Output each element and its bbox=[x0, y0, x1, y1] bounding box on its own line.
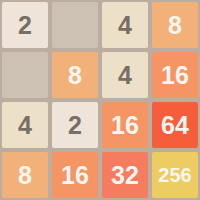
tile-r1c1: 2 bbox=[2, 2, 48, 48]
tile-r4c3: 32 bbox=[102, 152, 148, 198]
empty-cell-r1c2 bbox=[52, 2, 98, 48]
tile-r2c3: 4 bbox=[102, 52, 148, 98]
tile-r1c4: 8 bbox=[152, 2, 198, 48]
tile-r3c4: 64 bbox=[152, 102, 198, 148]
tile-r3c3: 16 bbox=[102, 102, 148, 148]
2048-board[interactable]: 2 4 8 8 4 16 4 2 16 64 8 16 32 256 bbox=[0, 0, 200, 200]
tile-r4c4: 256 bbox=[152, 152, 198, 198]
tile-r1c3: 4 bbox=[102, 2, 148, 48]
tile-r2c2: 8 bbox=[52, 52, 98, 98]
tile-r2c4: 16 bbox=[152, 52, 198, 98]
empty-cell-r2c1 bbox=[2, 52, 48, 98]
tile-r3c2: 2 bbox=[52, 102, 98, 148]
tile-r4c2: 16 bbox=[52, 152, 98, 198]
tile-r3c1: 4 bbox=[2, 102, 48, 148]
tile-r4c1: 8 bbox=[2, 152, 48, 198]
